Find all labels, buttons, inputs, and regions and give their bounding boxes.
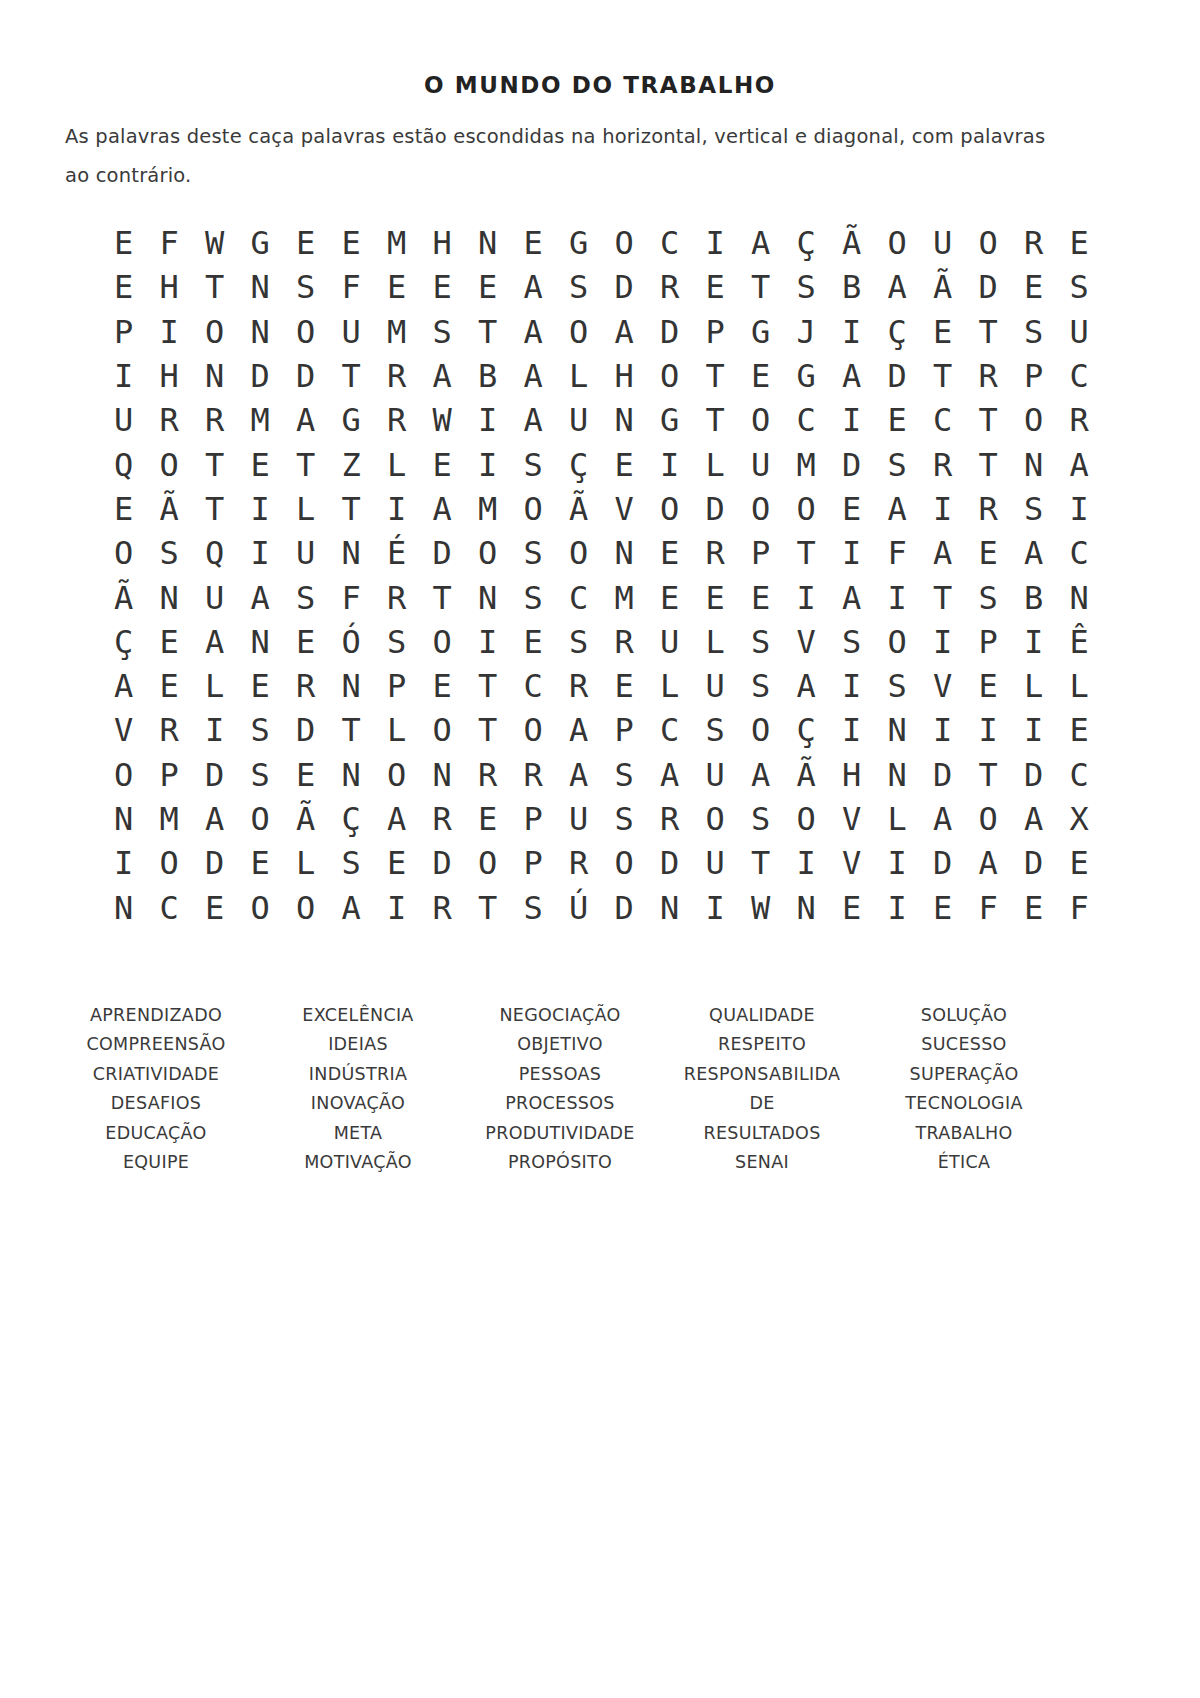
grid-cell[interactable]: O bbox=[738, 487, 784, 531]
grid-cell[interactable]: R bbox=[966, 487, 1012, 531]
grid-cell[interactable]: N bbox=[329, 531, 375, 575]
grid-cell[interactable]: N bbox=[602, 531, 648, 575]
grid-cell[interactable]: N bbox=[192, 354, 238, 398]
grid-cell[interactable]: E bbox=[465, 265, 511, 309]
grid-cell[interactable]: I bbox=[784, 841, 830, 885]
grid-cell[interactable]: Z bbox=[329, 442, 375, 486]
grid-cell[interactable]: O bbox=[784, 487, 830, 531]
grid-cell[interactable]: E bbox=[829, 885, 875, 929]
grid-cell[interactable]: P bbox=[511, 841, 557, 885]
grid-cell[interactable]: E bbox=[420, 442, 466, 486]
grid-cell[interactable]: C bbox=[1057, 354, 1103, 398]
grid-cell[interactable]: S bbox=[738, 664, 784, 708]
grid-cell[interactable]: E bbox=[147, 664, 193, 708]
grid-cell[interactable]: S bbox=[511, 531, 557, 575]
grid-cell[interactable]: M bbox=[602, 575, 648, 619]
grid-cell[interactable]: U bbox=[693, 664, 739, 708]
grid-cell[interactable]: L bbox=[1057, 664, 1103, 708]
grid-cell[interactable]: O bbox=[693, 797, 739, 841]
grid-cell[interactable]: G bbox=[556, 221, 602, 265]
grid-cell[interactable]: S bbox=[875, 442, 921, 486]
grid-cell[interactable]: W bbox=[192, 221, 238, 265]
grid-cell[interactable]: T bbox=[693, 354, 739, 398]
grid-cell[interactable]: U bbox=[1057, 310, 1103, 354]
grid-cell[interactable]: C bbox=[647, 221, 693, 265]
grid-cell[interactable]: E bbox=[1011, 885, 1057, 929]
grid-cell[interactable]: M bbox=[465, 487, 511, 531]
grid-cell[interactable]: Ú bbox=[556, 885, 602, 929]
grid-cell[interactable]: O bbox=[420, 708, 466, 752]
grid-cell[interactable]: R bbox=[556, 841, 602, 885]
grid-cell[interactable]: E bbox=[738, 575, 784, 619]
grid-cell[interactable]: D bbox=[1011, 753, 1057, 797]
grid-cell[interactable]: R bbox=[374, 398, 420, 442]
grid-cell[interactable]: U bbox=[101, 398, 147, 442]
grid-cell[interactable]: Ã bbox=[920, 265, 966, 309]
grid-cell[interactable]: U bbox=[283, 531, 329, 575]
grid-cell[interactable]: S bbox=[602, 753, 648, 797]
grid-cell[interactable]: E bbox=[920, 310, 966, 354]
grid-cell[interactable]: E bbox=[647, 531, 693, 575]
grid-cell[interactable]: A bbox=[647, 753, 693, 797]
grid-cell[interactable]: E bbox=[374, 265, 420, 309]
grid-cell[interactable]: G bbox=[784, 354, 830, 398]
grid-cell[interactable]: O bbox=[238, 885, 284, 929]
grid-cell[interactable]: I bbox=[966, 708, 1012, 752]
grid-cell[interactable]: A bbox=[784, 664, 830, 708]
grid-cell[interactable]: S bbox=[147, 531, 193, 575]
grid-cell[interactable]: S bbox=[602, 797, 648, 841]
grid-cell[interactable]: F bbox=[147, 221, 193, 265]
grid-cell[interactable]: D bbox=[875, 354, 921, 398]
grid-cell[interactable]: Ã bbox=[556, 487, 602, 531]
grid-cell[interactable]: P bbox=[147, 753, 193, 797]
grid-cell[interactable]: E bbox=[238, 664, 284, 708]
grid-cell[interactable]: I bbox=[829, 531, 875, 575]
grid-cell[interactable]: A bbox=[875, 265, 921, 309]
grid-cell[interactable]: I bbox=[875, 885, 921, 929]
grid-cell[interactable]: D bbox=[966, 265, 1012, 309]
grid-cell[interactable]: O bbox=[875, 221, 921, 265]
grid-cell[interactable]: A bbox=[602, 310, 648, 354]
grid-cell[interactable]: A bbox=[192, 797, 238, 841]
grid-cell[interactable]: O bbox=[966, 797, 1012, 841]
grid-cell[interactable]: D bbox=[1011, 841, 1057, 885]
grid-cell[interactable]: N bbox=[329, 753, 375, 797]
grid-cell[interactable]: R bbox=[147, 708, 193, 752]
grid-cell[interactable]: O bbox=[647, 354, 693, 398]
grid-cell[interactable]: O bbox=[420, 620, 466, 664]
grid-cell[interactable]: F bbox=[875, 531, 921, 575]
grid-cell[interactable]: O bbox=[556, 531, 602, 575]
grid-cell[interactable]: T bbox=[784, 531, 830, 575]
grid-cell[interactable]: R bbox=[465, 753, 511, 797]
grid-cell[interactable]: I bbox=[1011, 620, 1057, 664]
grid-cell[interactable]: S bbox=[511, 885, 557, 929]
grid-cell[interactable]: S bbox=[374, 620, 420, 664]
grid-cell[interactable]: T bbox=[420, 575, 466, 619]
grid-cell[interactable]: F bbox=[329, 265, 375, 309]
grid-cell[interactable]: I bbox=[829, 310, 875, 354]
grid-cell[interactable]: R bbox=[966, 354, 1012, 398]
grid-cell[interactable]: N bbox=[238, 310, 284, 354]
grid-cell[interactable]: D bbox=[602, 885, 648, 929]
grid-cell[interactable]: E bbox=[283, 221, 329, 265]
grid-cell[interactable]: S bbox=[283, 265, 329, 309]
grid-cell[interactable]: S bbox=[693, 708, 739, 752]
grid-cell[interactable]: D bbox=[420, 841, 466, 885]
grid-cell[interactable]: Ó bbox=[329, 620, 375, 664]
grid-cell[interactable]: R bbox=[693, 531, 739, 575]
grid-cell[interactable]: U bbox=[647, 620, 693, 664]
grid-cell[interactable]: N bbox=[329, 664, 375, 708]
grid-cell[interactable]: Ç bbox=[784, 708, 830, 752]
grid-cell[interactable]: R bbox=[511, 753, 557, 797]
grid-cell[interactable]: L bbox=[1011, 664, 1057, 708]
grid-cell[interactable]: U bbox=[738, 442, 784, 486]
grid-cell[interactable]: I bbox=[829, 664, 875, 708]
grid-cell[interactable]: Ã bbox=[784, 753, 830, 797]
grid-cell[interactable]: A bbox=[374, 797, 420, 841]
grid-cell[interactable]: N bbox=[1057, 575, 1103, 619]
grid-cell[interactable]: O bbox=[192, 310, 238, 354]
grid-cell[interactable]: R bbox=[420, 797, 466, 841]
grid-cell[interactable]: D bbox=[647, 841, 693, 885]
grid-cell[interactable]: I bbox=[192, 708, 238, 752]
grid-cell[interactable]: C bbox=[1057, 531, 1103, 575]
grid-cell[interactable]: P bbox=[374, 664, 420, 708]
grid-cell[interactable]: A bbox=[329, 885, 375, 929]
grid-cell[interactable]: S bbox=[511, 575, 557, 619]
grid-cell[interactable]: S bbox=[283, 575, 329, 619]
grid-cell[interactable]: H bbox=[147, 354, 193, 398]
grid-cell[interactable]: O bbox=[602, 841, 648, 885]
grid-cell[interactable]: N bbox=[465, 221, 511, 265]
grid-cell[interactable]: S bbox=[556, 265, 602, 309]
grid-cell[interactable]: T bbox=[465, 708, 511, 752]
grid-cell[interactable]: T bbox=[192, 442, 238, 486]
grid-cell[interactable]: I bbox=[147, 310, 193, 354]
grid-cell[interactable]: N bbox=[602, 398, 648, 442]
grid-cell[interactable]: I bbox=[784, 575, 830, 619]
grid-cell[interactable]: S bbox=[966, 575, 1012, 619]
grid-cell[interactable]: N bbox=[101, 885, 147, 929]
grid-cell[interactable]: E bbox=[966, 531, 1012, 575]
grid-cell[interactable]: U bbox=[192, 575, 238, 619]
grid-cell[interactable]: E bbox=[738, 354, 784, 398]
grid-cell[interactable]: É bbox=[374, 531, 420, 575]
grid-cell[interactable]: O bbox=[784, 797, 830, 841]
grid-cell[interactable]: J bbox=[784, 310, 830, 354]
grid-cell[interactable]: O bbox=[738, 398, 784, 442]
grid-cell[interactable]: C bbox=[147, 885, 193, 929]
grid-cell[interactable]: O bbox=[238, 797, 284, 841]
grid-cell[interactable]: C bbox=[1057, 753, 1103, 797]
grid-cell[interactable]: S bbox=[784, 265, 830, 309]
grid-cell[interactable]: E bbox=[465, 797, 511, 841]
grid-cell[interactable]: T bbox=[192, 265, 238, 309]
grid-cell[interactable]: C bbox=[784, 398, 830, 442]
grid-cell[interactable]: D bbox=[283, 354, 329, 398]
grid-cell[interactable]: L bbox=[283, 487, 329, 531]
grid-cell[interactable]: E bbox=[238, 442, 284, 486]
grid-cell[interactable]: T bbox=[966, 310, 1012, 354]
grid-cell[interactable]: I bbox=[101, 841, 147, 885]
grid-cell[interactable]: A bbox=[829, 575, 875, 619]
grid-cell[interactable]: O bbox=[875, 620, 921, 664]
grid-cell[interactable]: E bbox=[238, 841, 284, 885]
grid-cell[interactable]: B bbox=[465, 354, 511, 398]
grid-cell[interactable]: M bbox=[784, 442, 830, 486]
grid-cell[interactable]: Ç bbox=[875, 310, 921, 354]
grid-cell[interactable]: E bbox=[693, 575, 739, 619]
grid-cell[interactable]: F bbox=[966, 885, 1012, 929]
grid-cell[interactable]: L bbox=[875, 797, 921, 841]
grid-cell[interactable]: O bbox=[283, 885, 329, 929]
grid-cell[interactable]: O bbox=[465, 841, 511, 885]
grid-cell[interactable]: Q bbox=[101, 442, 147, 486]
grid-cell[interactable]: E bbox=[602, 664, 648, 708]
grid-cell[interactable]: R bbox=[420, 885, 466, 929]
grid-cell[interactable]: T bbox=[283, 442, 329, 486]
grid-cell[interactable]: I bbox=[647, 442, 693, 486]
grid-cell[interactable]: T bbox=[738, 265, 784, 309]
grid-cell[interactable]: R bbox=[283, 664, 329, 708]
grid-cell[interactable]: Ã bbox=[101, 575, 147, 619]
grid-cell[interactable]: A bbox=[920, 797, 966, 841]
grid-cell[interactable]: O bbox=[602, 221, 648, 265]
grid-cell[interactable]: V bbox=[920, 664, 966, 708]
grid-cell[interactable]: D bbox=[647, 310, 693, 354]
grid-cell[interactable]: E bbox=[147, 620, 193, 664]
grid-cell[interactable]: T bbox=[329, 708, 375, 752]
grid-cell[interactable]: L bbox=[374, 442, 420, 486]
grid-cell[interactable]: T bbox=[693, 398, 739, 442]
grid-cell[interactable]: E bbox=[875, 398, 921, 442]
grid-cell[interactable]: S bbox=[238, 708, 284, 752]
grid-cell[interactable]: M bbox=[147, 797, 193, 841]
grid-cell[interactable]: E bbox=[192, 885, 238, 929]
grid-cell[interactable]: A bbox=[192, 620, 238, 664]
grid-cell[interactable]: R bbox=[1057, 398, 1103, 442]
grid-cell[interactable]: N bbox=[875, 708, 921, 752]
grid-cell[interactable]: O bbox=[101, 753, 147, 797]
grid-cell[interactable]: F bbox=[329, 575, 375, 619]
grid-cell[interactable]: E bbox=[101, 221, 147, 265]
grid-cell[interactable]: S bbox=[1011, 310, 1057, 354]
grid-cell[interactable]: Ã bbox=[829, 221, 875, 265]
grid-cell[interactable]: A bbox=[511, 265, 557, 309]
grid-cell[interactable]: N bbox=[784, 885, 830, 929]
grid-cell[interactable]: E bbox=[920, 885, 966, 929]
grid-cell[interactable]: N bbox=[238, 620, 284, 664]
grid-cell[interactable]: N bbox=[875, 753, 921, 797]
grid-cell[interactable]: L bbox=[647, 664, 693, 708]
grid-cell[interactable]: Ã bbox=[147, 487, 193, 531]
grid-cell[interactable]: T bbox=[920, 575, 966, 619]
grid-cell[interactable]: O bbox=[556, 310, 602, 354]
grid-cell[interactable]: R bbox=[192, 398, 238, 442]
grid-cell[interactable]: O bbox=[511, 708, 557, 752]
grid-cell[interactable]: G bbox=[238, 221, 284, 265]
grid-cell[interactable]: U bbox=[329, 310, 375, 354]
grid-cell[interactable]: E bbox=[511, 221, 557, 265]
grid-cell[interactable]: T bbox=[465, 664, 511, 708]
grid-cell[interactable]: H bbox=[602, 354, 648, 398]
grid-cell[interactable]: O bbox=[465, 531, 511, 575]
grid-cell[interactable]: C bbox=[647, 708, 693, 752]
grid-cell[interactable]: U bbox=[556, 797, 602, 841]
grid-cell[interactable]: E bbox=[966, 664, 1012, 708]
grid-cell[interactable]: N bbox=[238, 265, 284, 309]
grid-cell[interactable]: A bbox=[966, 841, 1012, 885]
grid-cell[interactable]: V bbox=[784, 620, 830, 664]
grid-cell[interactable]: P bbox=[101, 310, 147, 354]
grid-cell[interactable]: I bbox=[693, 885, 739, 929]
grid-cell[interactable]: T bbox=[329, 487, 375, 531]
grid-cell[interactable]: T bbox=[738, 841, 784, 885]
grid-cell[interactable]: S bbox=[1057, 265, 1103, 309]
grid-cell[interactable]: I bbox=[875, 575, 921, 619]
grid-cell[interactable]: R bbox=[920, 442, 966, 486]
grid-cell[interactable]: A bbox=[738, 753, 784, 797]
grid-cell[interactable]: L bbox=[693, 442, 739, 486]
grid-cell[interactable]: I bbox=[829, 398, 875, 442]
grid-cell[interactable]: U bbox=[693, 753, 739, 797]
grid-cell[interactable]: D bbox=[420, 531, 466, 575]
grid-cell[interactable]: S bbox=[829, 620, 875, 664]
grid-cell[interactable]: V bbox=[829, 797, 875, 841]
grid-cell[interactable]: P bbox=[511, 797, 557, 841]
grid-cell[interactable]: A bbox=[1011, 531, 1057, 575]
grid-cell[interactable]: W bbox=[420, 398, 466, 442]
grid-cell[interactable]: D bbox=[192, 841, 238, 885]
grid-cell[interactable]: A bbox=[238, 575, 284, 619]
grid-cell[interactable]: A bbox=[283, 398, 329, 442]
grid-cell[interactable]: O bbox=[101, 531, 147, 575]
grid-cell[interactable]: O bbox=[1011, 398, 1057, 442]
grid-cell[interactable]: C bbox=[920, 398, 966, 442]
grid-cell[interactable]: A bbox=[511, 354, 557, 398]
grid-cell[interactable]: C bbox=[556, 575, 602, 619]
grid-cell[interactable]: I bbox=[1011, 708, 1057, 752]
grid-cell[interactable]: A bbox=[101, 664, 147, 708]
grid-cell[interactable]: Ê bbox=[1057, 620, 1103, 664]
grid-cell[interactable]: I bbox=[465, 398, 511, 442]
grid-cell[interactable]: I bbox=[693, 221, 739, 265]
grid-cell[interactable]: Ç bbox=[329, 797, 375, 841]
grid-cell[interactable]: I bbox=[374, 885, 420, 929]
grid-cell[interactable]: Ç bbox=[556, 442, 602, 486]
grid-cell[interactable]: E bbox=[647, 575, 693, 619]
grid-cell[interactable]: I bbox=[1057, 487, 1103, 531]
grid-cell[interactable]: V bbox=[829, 841, 875, 885]
grid-cell[interactable]: Ç bbox=[101, 620, 147, 664]
grid-cell[interactable]: D bbox=[192, 753, 238, 797]
grid-cell[interactable]: R bbox=[556, 664, 602, 708]
grid-cell[interactable]: T bbox=[966, 753, 1012, 797]
grid-cell[interactable]: D bbox=[283, 708, 329, 752]
grid-cell[interactable]: O bbox=[283, 310, 329, 354]
grid-cell[interactable]: A bbox=[829, 354, 875, 398]
grid-cell[interactable]: R bbox=[1011, 221, 1057, 265]
grid-cell[interactable]: T bbox=[920, 354, 966, 398]
grid-cell[interactable]: L bbox=[192, 664, 238, 708]
grid-cell[interactable]: P bbox=[602, 708, 648, 752]
grid-cell[interactable]: L bbox=[693, 620, 739, 664]
grid-cell[interactable]: O bbox=[147, 442, 193, 486]
grid-cell[interactable]: O bbox=[738, 708, 784, 752]
grid-cell[interactable]: G bbox=[738, 310, 784, 354]
grid-cell[interactable]: P bbox=[1011, 354, 1057, 398]
grid-cell[interactable]: A bbox=[420, 487, 466, 531]
grid-cell[interactable]: E bbox=[420, 664, 466, 708]
grid-cell[interactable]: E bbox=[101, 265, 147, 309]
grid-cell[interactable]: M bbox=[238, 398, 284, 442]
grid-cell[interactable]: Ç bbox=[784, 221, 830, 265]
grid-cell[interactable]: T bbox=[329, 354, 375, 398]
grid-cell[interactable]: A bbox=[875, 487, 921, 531]
grid-cell[interactable]: I bbox=[465, 442, 511, 486]
grid-cell[interactable]: A bbox=[556, 708, 602, 752]
grid-cell[interactable]: T bbox=[192, 487, 238, 531]
grid-cell[interactable]: U bbox=[556, 398, 602, 442]
grid-cell[interactable]: T bbox=[465, 310, 511, 354]
grid-cell[interactable]: N bbox=[420, 753, 466, 797]
grid-cell[interactable]: N bbox=[465, 575, 511, 619]
grid-cell[interactable]: P bbox=[693, 310, 739, 354]
grid-cell[interactable]: P bbox=[966, 620, 1012, 664]
grid-cell[interactable]: D bbox=[920, 753, 966, 797]
grid-cell[interactable]: I bbox=[101, 354, 147, 398]
grid-cell[interactable]: H bbox=[147, 265, 193, 309]
grid-cell[interactable]: E bbox=[693, 265, 739, 309]
grid-cell[interactable]: M bbox=[374, 310, 420, 354]
grid-cell[interactable]: A bbox=[920, 531, 966, 575]
grid-cell[interactable]: E bbox=[1057, 221, 1103, 265]
grid-cell[interactable]: N bbox=[647, 885, 693, 929]
grid-cell[interactable]: I bbox=[920, 708, 966, 752]
grid-cell[interactable]: S bbox=[1011, 487, 1057, 531]
grid-cell[interactable]: R bbox=[147, 398, 193, 442]
grid-cell[interactable]: I bbox=[374, 487, 420, 531]
grid-cell[interactable]: P bbox=[738, 531, 784, 575]
grid-cell[interactable]: I bbox=[465, 620, 511, 664]
grid-cell[interactable]: E bbox=[374, 841, 420, 885]
grid-cell[interactable]: D bbox=[920, 841, 966, 885]
grid-cell[interactable]: E bbox=[420, 265, 466, 309]
grid-cell[interactable]: A bbox=[420, 354, 466, 398]
grid-cell[interactable]: X bbox=[1057, 797, 1103, 841]
grid-cell[interactable]: A bbox=[1011, 797, 1057, 841]
grid-cell[interactable]: D bbox=[238, 354, 284, 398]
grid-cell[interactable]: E bbox=[329, 221, 375, 265]
grid-cell[interactable]: T bbox=[966, 398, 1012, 442]
grid-cell[interactable]: H bbox=[829, 753, 875, 797]
grid-cell[interactable]: S bbox=[738, 620, 784, 664]
grid-cell[interactable]: E bbox=[283, 620, 329, 664]
grid-cell[interactable]: E bbox=[511, 620, 557, 664]
grid-cell[interactable]: S bbox=[875, 664, 921, 708]
grid-cell[interactable]: R bbox=[374, 575, 420, 619]
grid-cell[interactable]: E bbox=[1011, 265, 1057, 309]
grid-cell[interactable]: A bbox=[1057, 442, 1103, 486]
grid-cell[interactable]: S bbox=[738, 797, 784, 841]
grid-cell[interactable]: V bbox=[101, 708, 147, 752]
grid-cell[interactable]: A bbox=[556, 753, 602, 797]
grid-cell[interactable]: F bbox=[1057, 885, 1103, 929]
grid-cell[interactable]: I bbox=[920, 487, 966, 531]
